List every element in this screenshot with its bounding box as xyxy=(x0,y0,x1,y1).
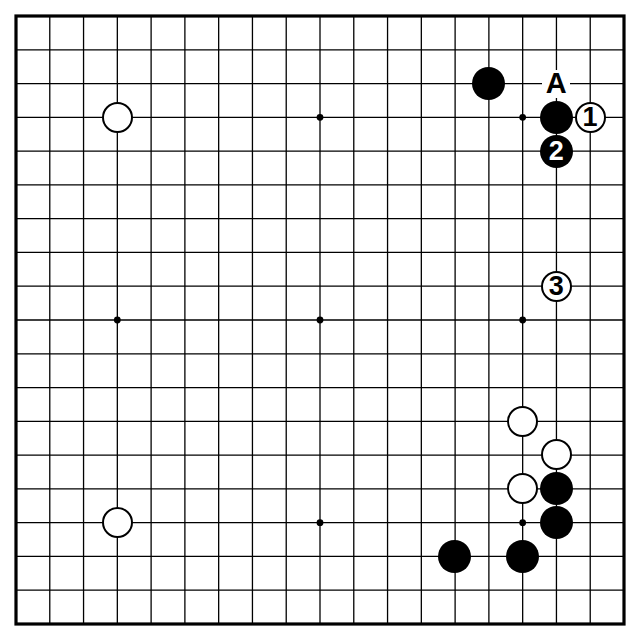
white-stone xyxy=(541,439,572,470)
point-label-A: A xyxy=(542,70,570,98)
black-stone xyxy=(540,101,573,134)
black-stone xyxy=(506,540,539,573)
move-3-white-stone: 3 xyxy=(541,271,572,302)
white-stone xyxy=(507,473,538,504)
move-2-black-stone: 2 xyxy=(540,135,573,168)
black-stone xyxy=(540,472,573,505)
white-stone xyxy=(507,406,538,437)
go-board: A123 xyxy=(0,0,640,640)
black-stone xyxy=(438,540,471,573)
move-1-white-stone: 1 xyxy=(575,102,606,133)
black-stone xyxy=(540,506,573,539)
white-stone xyxy=(102,507,133,538)
go-diagram: A123 xyxy=(0,0,640,640)
black-stone xyxy=(472,67,505,100)
white-stone xyxy=(102,102,133,133)
